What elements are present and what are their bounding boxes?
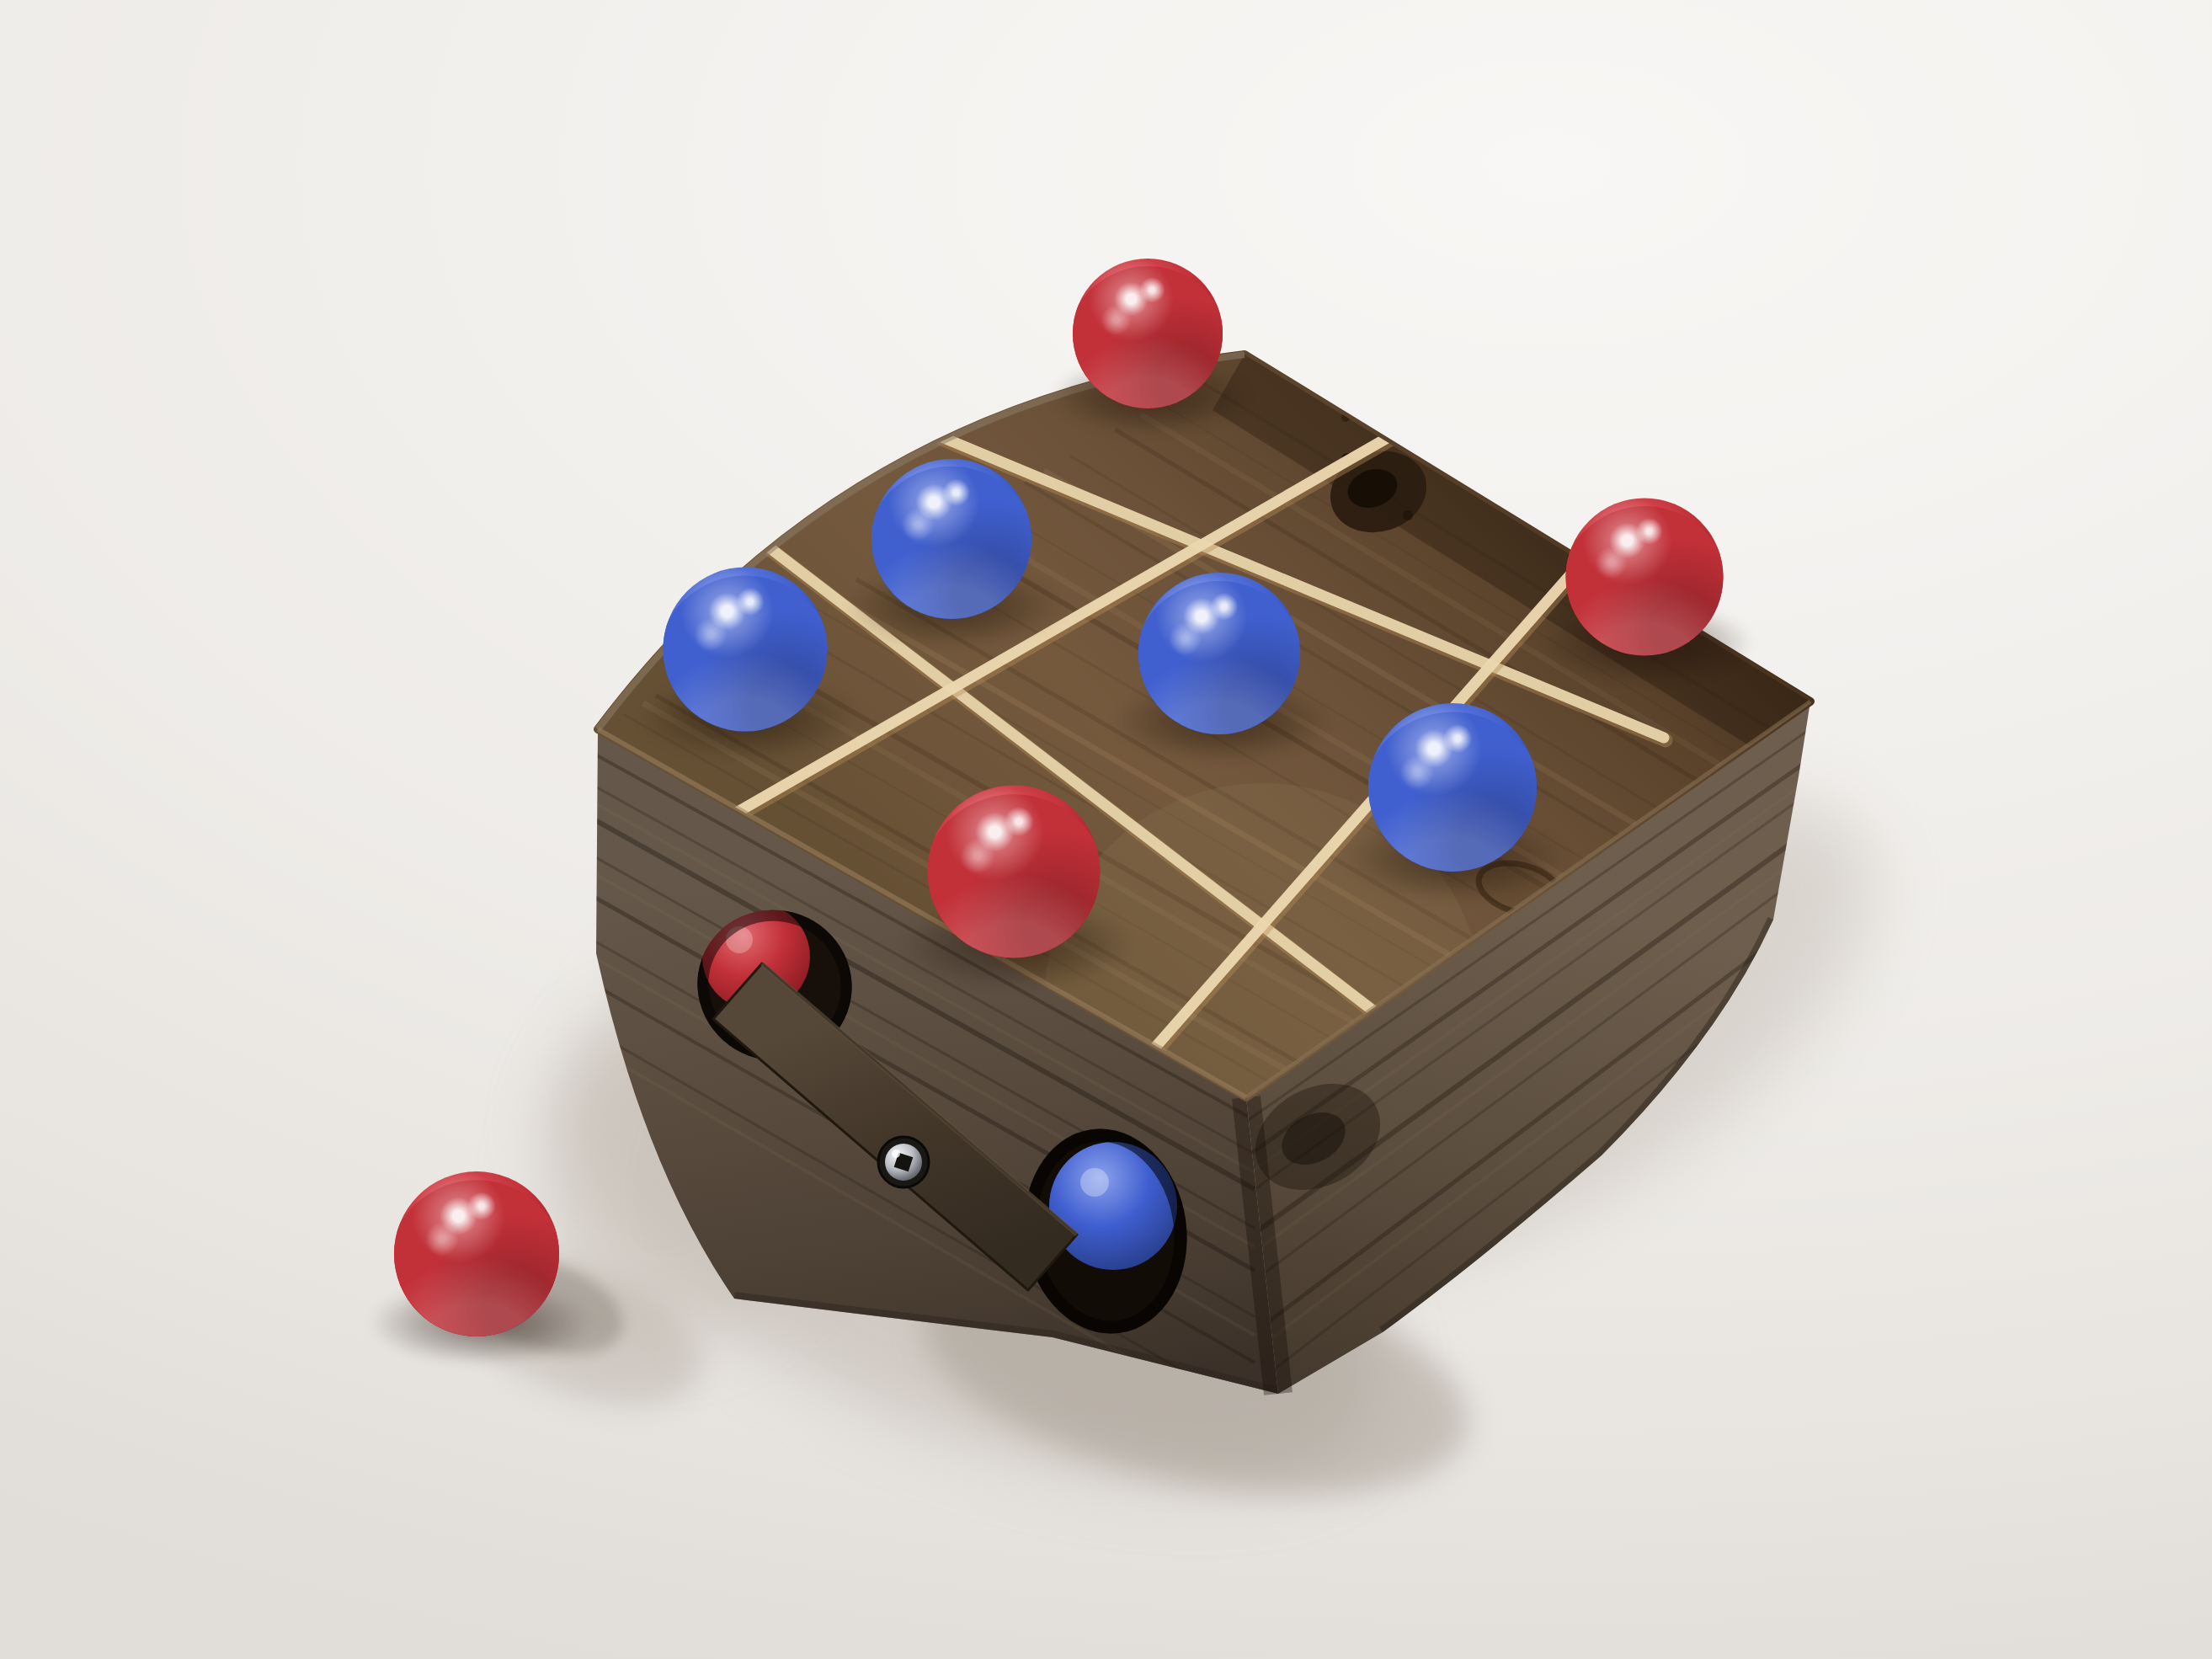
scene: ●●●●●●●●: [0, 0, 2212, 1659]
marble-blue-r0c0[interactable]: ●: [664, 568, 828, 732]
loose-marble-red[interactable]: ●: [394, 1171, 559, 1336]
marble-red-r1c0[interactable]: ●: [928, 786, 1101, 958]
marble-glyph: ●: [928, 786, 1101, 958]
marble-glyph: ●: [1368, 703, 1537, 872]
marble-blue-r0c1[interactable]: ●: [871, 459, 1031, 619]
marble-glyph: ●: [394, 1171, 559, 1336]
marble-blue-r1c1[interactable]: ●: [1138, 573, 1300, 734]
marble-glyph: ●: [1073, 259, 1223, 408]
marble-red-r0c2[interactable]: ●: [1073, 259, 1223, 408]
marble-glyph: ●: [1138, 573, 1300, 734]
marble-layer: ●●●●●●●●: [0, 0, 2212, 1659]
marble-glyph: ●: [871, 459, 1031, 619]
marble-glyph: ●: [664, 568, 828, 732]
marble-glyph: ●: [1566, 499, 1724, 656]
marble-red-r2c2[interactable]: ●: [1566, 499, 1724, 656]
marble-blue-r2c1[interactable]: ●: [1368, 703, 1537, 872]
